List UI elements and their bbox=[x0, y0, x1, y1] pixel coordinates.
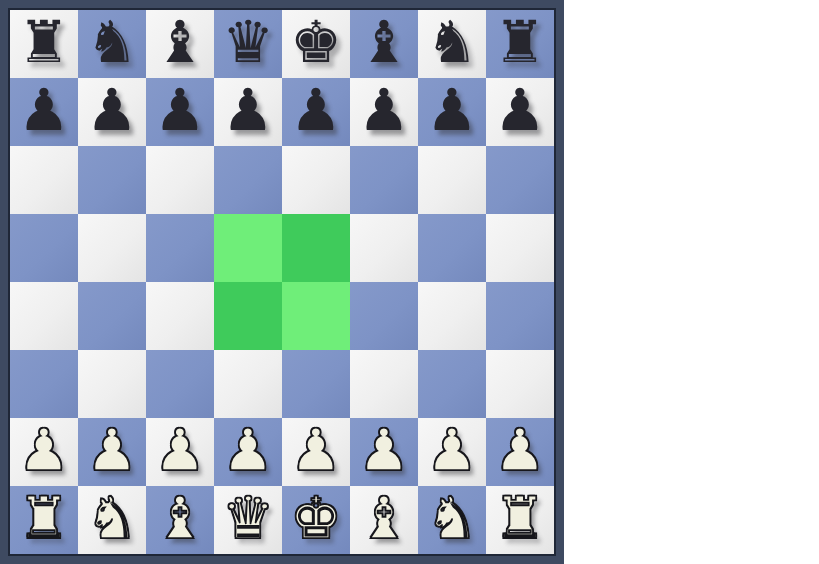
square-f6[interactable] bbox=[350, 146, 418, 214]
white-pawn-icon: ♟ bbox=[222, 416, 274, 484]
white-pawn-icon: ♟ bbox=[494, 416, 546, 484]
square-b2[interactable]: ♟ bbox=[78, 418, 146, 486]
white-rook-icon: ♜ bbox=[494, 484, 546, 552]
square-g4[interactable] bbox=[418, 282, 486, 350]
square-c4[interactable] bbox=[146, 282, 214, 350]
square-b7[interactable]: ♟ bbox=[78, 78, 146, 146]
square-f8[interactable]: ♝ bbox=[350, 10, 418, 78]
white-pawn-icon: ♟ bbox=[18, 416, 70, 484]
white-pawn-icon: ♟ bbox=[358, 416, 410, 484]
black-queen-icon: ♛ bbox=[222, 8, 274, 76]
square-e3[interactable] bbox=[282, 350, 350, 418]
white-rook-icon: ♜ bbox=[18, 484, 70, 552]
white-pawn-icon: ♟ bbox=[290, 416, 342, 484]
square-d4[interactable] bbox=[214, 282, 282, 350]
black-knight-icon: ♞ bbox=[86, 8, 138, 76]
black-king-icon: ♚ bbox=[290, 8, 342, 76]
square-d3[interactable] bbox=[214, 350, 282, 418]
square-e8[interactable]: ♚ bbox=[282, 10, 350, 78]
square-e2[interactable]: ♟ bbox=[282, 418, 350, 486]
square-d8[interactable]: ♛ bbox=[214, 10, 282, 78]
square-g7[interactable]: ♟ bbox=[418, 78, 486, 146]
black-bishop-icon: ♝ bbox=[154, 8, 206, 76]
square-g6[interactable] bbox=[418, 146, 486, 214]
square-g8[interactable]: ♞ bbox=[418, 10, 486, 78]
square-c2[interactable]: ♟ bbox=[146, 418, 214, 486]
white-knight-icon: ♞ bbox=[86, 484, 138, 552]
square-f3[interactable] bbox=[350, 350, 418, 418]
square-c1[interactable]: ♝ bbox=[146, 486, 214, 554]
square-h3[interactable] bbox=[486, 350, 554, 418]
square-e1[interactable]: ♚ bbox=[282, 486, 350, 554]
square-h6[interactable] bbox=[486, 146, 554, 214]
square-h1[interactable]: ♜ bbox=[486, 486, 554, 554]
square-c7[interactable]: ♟ bbox=[146, 78, 214, 146]
square-h8[interactable]: ♜ bbox=[486, 10, 554, 78]
square-f5[interactable] bbox=[350, 214, 418, 282]
square-b5[interactable] bbox=[78, 214, 146, 282]
white-pawn-icon: ♟ bbox=[86, 416, 138, 484]
square-h7[interactable]: ♟ bbox=[486, 78, 554, 146]
square-b3[interactable] bbox=[78, 350, 146, 418]
square-g1[interactable]: ♞ bbox=[418, 486, 486, 554]
white-bishop-icon: ♝ bbox=[358, 484, 410, 552]
square-f1[interactable]: ♝ bbox=[350, 486, 418, 554]
square-b1[interactable]: ♞ bbox=[78, 486, 146, 554]
white-pawn-icon: ♟ bbox=[154, 416, 206, 484]
black-rook-icon: ♜ bbox=[494, 8, 546, 76]
square-a5[interactable] bbox=[10, 214, 78, 282]
square-a6[interactable] bbox=[10, 146, 78, 214]
black-knight-icon: ♞ bbox=[426, 8, 478, 76]
white-bishop-icon: ♝ bbox=[154, 484, 206, 552]
square-f2[interactable]: ♟ bbox=[350, 418, 418, 486]
square-e4[interactable] bbox=[282, 282, 350, 350]
square-b4[interactable] bbox=[78, 282, 146, 350]
square-c6[interactable] bbox=[146, 146, 214, 214]
black-bishop-icon: ♝ bbox=[358, 8, 410, 76]
square-a2[interactable]: ♟ bbox=[10, 418, 78, 486]
square-b6[interactable] bbox=[78, 146, 146, 214]
square-h4[interactable] bbox=[486, 282, 554, 350]
black-pawn-icon: ♟ bbox=[290, 76, 342, 144]
black-pawn-icon: ♟ bbox=[18, 76, 70, 144]
chess-board: ♜♞♝♛♚♝♞♜♟♟♟♟♟♟♟♟♟♟♟♟♟♟♟♟♜♞♝♛♚♝♞♜ bbox=[8, 8, 556, 556]
black-pawn-icon: ♟ bbox=[494, 76, 546, 144]
square-g2[interactable]: ♟ bbox=[418, 418, 486, 486]
black-pawn-icon: ♟ bbox=[86, 76, 138, 144]
white-knight-icon: ♞ bbox=[426, 484, 478, 552]
white-pawn-icon: ♟ bbox=[426, 416, 478, 484]
chess-board-frame: ♜♞♝♛♚♝♞♜♟♟♟♟♟♟♟♟♟♟♟♟♟♟♟♟♜♞♝♛♚♝♞♜ bbox=[0, 0, 564, 564]
square-a7[interactable]: ♟ bbox=[10, 78, 78, 146]
square-e5[interactable] bbox=[282, 214, 350, 282]
square-e6[interactable] bbox=[282, 146, 350, 214]
square-a3[interactable] bbox=[10, 350, 78, 418]
square-b8[interactable]: ♞ bbox=[78, 10, 146, 78]
square-d7[interactable]: ♟ bbox=[214, 78, 282, 146]
black-pawn-icon: ♟ bbox=[222, 76, 274, 144]
square-d1[interactable]: ♛ bbox=[214, 486, 282, 554]
square-c8[interactable]: ♝ bbox=[146, 10, 214, 78]
square-h2[interactable]: ♟ bbox=[486, 418, 554, 486]
square-d5[interactable] bbox=[214, 214, 282, 282]
square-f4[interactable] bbox=[350, 282, 418, 350]
square-d6[interactable] bbox=[214, 146, 282, 214]
black-pawn-icon: ♟ bbox=[358, 76, 410, 144]
square-a1[interactable]: ♜ bbox=[10, 486, 78, 554]
white-queen-icon: ♛ bbox=[222, 484, 274, 552]
square-d2[interactable]: ♟ bbox=[214, 418, 282, 486]
square-a8[interactable]: ♜ bbox=[10, 10, 78, 78]
square-e7[interactable]: ♟ bbox=[282, 78, 350, 146]
square-g5[interactable] bbox=[418, 214, 486, 282]
black-pawn-icon: ♟ bbox=[154, 76, 206, 144]
black-pawn-icon: ♟ bbox=[426, 76, 478, 144]
square-h5[interactable] bbox=[486, 214, 554, 282]
black-rook-icon: ♜ bbox=[18, 8, 70, 76]
square-f7[interactable]: ♟ bbox=[350, 78, 418, 146]
white-king-icon: ♚ bbox=[290, 484, 342, 552]
square-a4[interactable] bbox=[10, 282, 78, 350]
square-c3[interactable] bbox=[146, 350, 214, 418]
square-g3[interactable] bbox=[418, 350, 486, 418]
page-background: ♜♞♝♛♚♝♞♜♟♟♟♟♟♟♟♟♟♟♟♟♟♟♟♟♜♞♝♛♚♝♞♜ bbox=[0, 0, 819, 564]
square-c5[interactable] bbox=[146, 214, 214, 282]
